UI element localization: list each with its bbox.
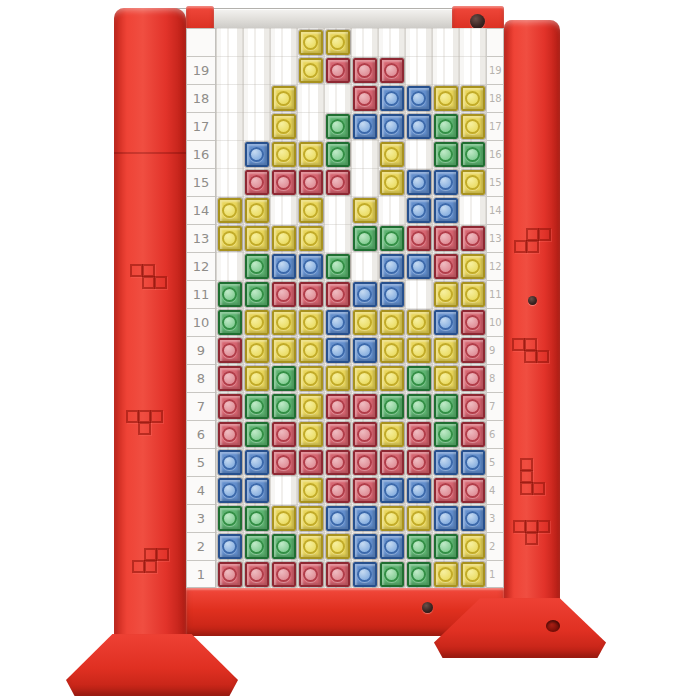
blue-block[interactable] <box>407 170 431 195</box>
blue-block[interactable] <box>353 114 377 139</box>
row-label-cell <box>187 29 215 57</box>
yellow-block[interactable] <box>461 254 485 279</box>
blue-block[interactable] <box>407 254 431 279</box>
yellow-block[interactable] <box>434 562 458 587</box>
row-label-cell <box>487 29 503 57</box>
red-block[interactable] <box>434 226 458 251</box>
red-block[interactable] <box>272 282 296 307</box>
row-number-strip-left: 19181716151413121110987654321 <box>186 28 216 588</box>
red-block[interactable] <box>218 366 242 391</box>
yellow-block[interactable] <box>380 338 404 363</box>
blue-block[interactable] <box>326 310 350 335</box>
row-label: 18 <box>487 85 503 113</box>
row-label: 3 <box>187 505 215 533</box>
green-block[interactable] <box>353 226 377 251</box>
row-label: 4 <box>487 477 503 505</box>
blue-block[interactable] <box>380 254 404 279</box>
row-label: 3 <box>487 505 503 533</box>
row-label: 5 <box>187 449 215 477</box>
green-block[interactable] <box>407 366 431 391</box>
row-label: 7 <box>487 393 503 421</box>
yellow-block[interactable] <box>461 282 485 307</box>
row-label: 19 <box>187 57 215 85</box>
green-block[interactable] <box>434 394 458 419</box>
red-block[interactable] <box>326 450 350 475</box>
left-post <box>114 8 186 648</box>
yellow-block[interactable] <box>407 338 431 363</box>
red-block[interactable] <box>407 226 431 251</box>
yellow-block[interactable] <box>272 506 296 531</box>
yellow-block[interactable] <box>299 394 323 419</box>
blue-block[interactable] <box>434 170 458 195</box>
yellow-block[interactable] <box>326 534 350 559</box>
green-block[interactable] <box>245 282 269 307</box>
row-label: 15 <box>487 169 503 197</box>
blue-block[interactable] <box>380 478 404 503</box>
blue-block[interactable] <box>353 338 377 363</box>
row-label: 12 <box>487 253 503 281</box>
green-block[interactable] <box>380 394 404 419</box>
row-label: 11 <box>187 281 215 309</box>
red-block[interactable] <box>218 394 242 419</box>
row-label: 12 <box>187 253 215 281</box>
row-label: 2 <box>187 533 215 561</box>
red-block[interactable] <box>461 310 485 335</box>
row-label: 7 <box>187 393 215 421</box>
red-block[interactable] <box>245 170 269 195</box>
yellow-block[interactable] <box>380 366 404 391</box>
blue-block[interactable] <box>299 254 323 279</box>
blue-block[interactable] <box>218 478 242 503</box>
row-label: 5 <box>487 449 503 477</box>
red-block[interactable] <box>461 338 485 363</box>
green-block[interactable] <box>245 506 269 531</box>
yellow-block[interactable] <box>353 366 377 391</box>
red-block[interactable] <box>380 58 404 83</box>
yellow-block[interactable] <box>299 338 323 363</box>
row-label: 1 <box>487 561 503 589</box>
foot-hole-icon <box>546 620 560 632</box>
red-block[interactable] <box>326 58 350 83</box>
blue-block[interactable] <box>407 114 431 139</box>
red-block[interactable] <box>434 254 458 279</box>
blue-block[interactable] <box>434 198 458 223</box>
red-block[interactable] <box>272 422 296 447</box>
left-foot <box>66 634 238 696</box>
row-label: 4 <box>187 477 215 505</box>
green-block[interactable] <box>326 114 350 139</box>
yellow-block[interactable] <box>299 226 323 251</box>
red-block[interactable] <box>299 450 323 475</box>
red-block[interactable] <box>407 422 431 447</box>
blue-block[interactable] <box>353 506 377 531</box>
yellow-block[interactable] <box>434 86 458 111</box>
yellow-block[interactable] <box>299 422 323 447</box>
green-block[interactable] <box>407 534 431 559</box>
red-block[interactable] <box>353 86 377 111</box>
yellow-block[interactable] <box>245 310 269 335</box>
yellow-block[interactable] <box>407 506 431 531</box>
red-block[interactable] <box>326 170 350 195</box>
red-block[interactable] <box>218 562 242 587</box>
green-block[interactable] <box>434 534 458 559</box>
red-block[interactable] <box>380 450 404 475</box>
row-label: 13 <box>187 225 215 253</box>
yellow-block[interactable] <box>434 282 458 307</box>
right-post <box>504 20 560 612</box>
row-label: 9 <box>187 337 215 365</box>
red-block[interactable] <box>353 394 377 419</box>
blue-block[interactable] <box>434 506 458 531</box>
yellow-block[interactable] <box>272 86 296 111</box>
playfield-grid <box>216 28 486 588</box>
green-block[interactable] <box>272 534 296 559</box>
red-block[interactable] <box>218 338 242 363</box>
row-label: 14 <box>487 197 503 225</box>
red-block[interactable] <box>407 450 431 475</box>
blue-block[interactable] <box>218 534 242 559</box>
blue-block[interactable] <box>353 562 377 587</box>
row-label: 16 <box>187 141 215 169</box>
blue-block[interactable] <box>407 198 431 223</box>
yellow-block[interactable] <box>380 310 404 335</box>
row-label: 15 <box>187 169 215 197</box>
yellow-block[interactable] <box>299 198 323 223</box>
row-label: 8 <box>187 365 215 393</box>
red-block[interactable] <box>461 394 485 419</box>
blue-block[interactable] <box>380 282 404 307</box>
row-label: 16 <box>487 141 503 169</box>
green-block[interactable] <box>461 142 485 167</box>
yellow-block[interactable] <box>434 366 458 391</box>
yellow-block[interactable] <box>245 198 269 223</box>
red-block[interactable] <box>326 562 350 587</box>
green-block[interactable] <box>245 422 269 447</box>
green-block[interactable] <box>272 366 296 391</box>
yellow-block[interactable] <box>299 58 323 83</box>
row-label: 1 <box>187 561 215 589</box>
blue-block[interactable] <box>218 450 242 475</box>
green-block[interactable] <box>407 562 431 587</box>
yellow-block[interactable] <box>245 226 269 251</box>
green-block[interactable] <box>326 142 350 167</box>
tetris-tower-game: 19181716151413121110987654321 1918171615… <box>0 0 700 700</box>
blue-block[interactable] <box>461 450 485 475</box>
row-label: 10 <box>487 309 503 337</box>
post-seam <box>114 152 186 154</box>
yellow-block[interactable] <box>245 338 269 363</box>
red-block[interactable] <box>245 562 269 587</box>
yellow-block[interactable] <box>272 226 296 251</box>
green-block[interactable] <box>218 506 242 531</box>
green-block[interactable] <box>326 254 350 279</box>
red-block[interactable] <box>218 422 242 447</box>
row-label: 14 <box>187 197 215 225</box>
row-label: 2 <box>487 533 503 561</box>
yellow-block[interactable] <box>245 366 269 391</box>
yellow-block[interactable] <box>380 506 404 531</box>
blue-block[interactable] <box>353 282 377 307</box>
green-block[interactable] <box>407 394 431 419</box>
yellow-block[interactable] <box>461 562 485 587</box>
yellow-block[interactable] <box>299 142 323 167</box>
yellow-block[interactable] <box>434 338 458 363</box>
yellow-block[interactable] <box>461 114 485 139</box>
red-block[interactable] <box>272 562 296 587</box>
yellow-block[interactable] <box>272 114 296 139</box>
yellow-block[interactable] <box>326 366 350 391</box>
yellow-block[interactable] <box>380 170 404 195</box>
green-block[interactable] <box>434 114 458 139</box>
blue-block[interactable] <box>407 478 431 503</box>
yellow-block[interactable] <box>299 478 323 503</box>
blue-block[interactable] <box>380 534 404 559</box>
red-block[interactable] <box>326 478 350 503</box>
yellow-block[interactable] <box>272 310 296 335</box>
red-block[interactable] <box>299 562 323 587</box>
red-block[interactable] <box>434 478 458 503</box>
red-block[interactable] <box>353 58 377 83</box>
yellow-block[interactable] <box>299 534 323 559</box>
red-block[interactable] <box>272 170 296 195</box>
yellow-block[interactable] <box>380 142 404 167</box>
yellow-block[interactable] <box>353 198 377 223</box>
yellow-block[interactable] <box>380 422 404 447</box>
blue-block[interactable] <box>380 86 404 111</box>
row-label: 9 <box>487 337 503 365</box>
yellow-block[interactable] <box>353 310 377 335</box>
row-label: 18 <box>187 85 215 113</box>
yellow-block[interactable] <box>299 310 323 335</box>
red-block[interactable] <box>353 450 377 475</box>
green-block[interactable] <box>434 142 458 167</box>
blue-block[interactable] <box>461 506 485 531</box>
green-block[interactable] <box>245 254 269 279</box>
green-block[interactable] <box>218 310 242 335</box>
red-block[interactable] <box>461 366 485 391</box>
yellow-block[interactable] <box>299 506 323 531</box>
green-block[interactable] <box>245 394 269 419</box>
blue-block[interactable] <box>245 450 269 475</box>
row-label: 17 <box>487 113 503 141</box>
blue-block[interactable] <box>272 254 296 279</box>
blue-block[interactable] <box>380 114 404 139</box>
red-block[interactable] <box>461 226 485 251</box>
blue-block[interactable] <box>245 478 269 503</box>
screw-icon <box>528 296 537 305</box>
blue-block[interactable] <box>353 534 377 559</box>
green-block[interactable] <box>380 226 404 251</box>
blue-block[interactable] <box>326 506 350 531</box>
blue-block[interactable] <box>407 86 431 111</box>
row-label: 17 <box>187 113 215 141</box>
row-label: 6 <box>487 421 503 449</box>
red-block[interactable] <box>299 170 323 195</box>
yellow-block[interactable] <box>461 86 485 111</box>
green-block[interactable] <box>380 562 404 587</box>
yellow-block[interactable] <box>218 198 242 223</box>
green-block[interactable] <box>272 394 296 419</box>
screw-hole-icon <box>422 602 433 613</box>
green-block[interactable] <box>218 282 242 307</box>
yellow-block[interactable] <box>272 142 296 167</box>
yellow-block[interactable] <box>299 30 323 55</box>
red-block[interactable] <box>272 450 296 475</box>
row-label: 13 <box>487 225 503 253</box>
red-block[interactable] <box>326 394 350 419</box>
row-label: 6 <box>187 421 215 449</box>
green-block[interactable] <box>434 422 458 447</box>
red-block[interactable] <box>326 282 350 307</box>
yellow-block[interactable] <box>407 310 431 335</box>
green-block[interactable] <box>245 534 269 559</box>
red-block[interactable] <box>299 282 323 307</box>
yellow-block[interactable] <box>299 366 323 391</box>
red-block[interactable] <box>353 422 377 447</box>
red-block[interactable] <box>353 478 377 503</box>
red-block[interactable] <box>461 422 485 447</box>
blue-block[interactable] <box>326 338 350 363</box>
screw-icon <box>470 14 485 29</box>
red-block[interactable] <box>326 422 350 447</box>
blue-block[interactable] <box>434 450 458 475</box>
row-number-strip-right: 19181716151413121110987654321 <box>486 28 504 588</box>
row-label: 19 <box>487 57 503 85</box>
row-label: 8 <box>487 365 503 393</box>
yellow-block[interactable] <box>326 30 350 55</box>
blue-block[interactable] <box>434 310 458 335</box>
row-label: 10 <box>187 309 215 337</box>
yellow-block[interactable] <box>218 226 242 251</box>
yellow-block[interactable] <box>461 534 485 559</box>
red-block[interactable] <box>461 478 485 503</box>
blue-block[interactable] <box>245 142 269 167</box>
row-label: 11 <box>487 281 503 309</box>
yellow-block[interactable] <box>272 338 296 363</box>
yellow-block[interactable] <box>461 170 485 195</box>
